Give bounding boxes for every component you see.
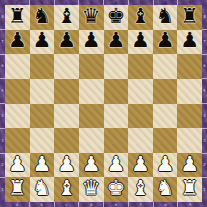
square-d1[interactable]: ♛ <box>79 177 104 202</box>
file-label-c: c <box>54 202 79 207</box>
square-e8[interactable]: ♚ <box>104 5 129 30</box>
square-h2[interactable]: ♟ <box>177 153 202 178</box>
square-b5[interactable] <box>30 79 55 104</box>
square-b8[interactable]: ♞ <box>30 5 55 30</box>
rank-labels-right: 87654321 <box>202 5 207 202</box>
piece-white-queen[interactable]: ♛ <box>82 178 101 199</box>
rank-label-4: 4 <box>202 103 207 128</box>
file-label-e: e <box>103 202 128 207</box>
square-e5[interactable] <box>104 79 129 104</box>
file-label-a: a <box>5 202 29 207</box>
square-c3[interactable] <box>54 128 79 153</box>
piece-white-pawn[interactable]: ♟ <box>131 154 150 175</box>
square-g5[interactable] <box>153 79 178 104</box>
rank-label-1: 1 <box>202 177 207 202</box>
square-c2[interactable]: ♟ <box>54 153 79 178</box>
piece-black-pawn[interactable]: ♟ <box>180 30 199 51</box>
file-label-h: h <box>177 202 202 207</box>
rank-label-3: 3 <box>202 128 207 153</box>
square-g3[interactable] <box>153 128 178 153</box>
file-label-g: g <box>153 202 178 207</box>
square-h5[interactable] <box>177 79 202 104</box>
square-d2[interactable]: ♟ <box>79 153 104 178</box>
file-labels-bottom: abcdefgh <box>5 202 202 207</box>
square-h6[interactable] <box>177 54 202 79</box>
piece-black-rook[interactable]: ♜ <box>180 6 199 27</box>
piece-black-bishop[interactable]: ♝ <box>57 6 76 27</box>
piece-black-pawn[interactable]: ♟ <box>82 30 101 51</box>
square-g7[interactable]: ♟ <box>153 30 178 55</box>
chessboard: ♜♞♝♛♚♝♞♜♟♟♟♟♟♟♟♟♟♟♟♟♟♟♟♟♜♞♝♛♚♝♞♜ <box>5 5 202 202</box>
square-f3[interactable] <box>128 128 153 153</box>
file-label-b: b <box>29 202 54 207</box>
piece-white-knight[interactable]: ♞ <box>33 178 52 199</box>
piece-white-pawn[interactable]: ♟ <box>156 154 175 175</box>
piece-black-pawn[interactable]: ♟ <box>106 30 125 51</box>
piece-white-pawn[interactable]: ♟ <box>82 154 101 175</box>
square-f7[interactable]: ♟ <box>128 30 153 55</box>
square-a1[interactable]: ♜ <box>5 177 30 202</box>
square-a3[interactable] <box>5 128 30 153</box>
square-a5[interactable] <box>5 79 30 104</box>
square-c5[interactable] <box>54 79 79 104</box>
piece-black-rook[interactable]: ♜ <box>8 6 27 27</box>
square-a2[interactable]: ♟ <box>5 153 30 178</box>
square-e6[interactable] <box>104 54 129 79</box>
file-label-f: f <box>128 202 153 207</box>
piece-black-pawn[interactable]: ♟ <box>33 30 52 51</box>
square-d8[interactable]: ♛ <box>79 5 104 30</box>
square-g2[interactable]: ♟ <box>153 153 178 178</box>
square-a6[interactable] <box>5 54 30 79</box>
rank-label-6: 6 <box>202 54 207 79</box>
square-d5[interactable] <box>79 79 104 104</box>
square-b7[interactable]: ♟ <box>30 30 55 55</box>
piece-white-rook[interactable]: ♜ <box>180 178 199 199</box>
square-g6[interactable] <box>153 54 178 79</box>
square-f5[interactable] <box>128 79 153 104</box>
square-b6[interactable] <box>30 54 55 79</box>
square-e3[interactable] <box>104 128 129 153</box>
piece-white-pawn[interactable]: ♟ <box>8 154 27 175</box>
piece-black-knight[interactable]: ♞ <box>33 6 52 27</box>
piece-black-queen[interactable]: ♛ <box>82 6 101 27</box>
chessboard-frame: abcdefgh abcdefgh 87654321 87654321 ♜♞♝♛… <box>0 0 207 207</box>
square-e4[interactable] <box>104 104 129 129</box>
piece-black-pawn[interactable]: ♟ <box>8 30 27 51</box>
square-h7[interactable]: ♟ <box>177 30 202 55</box>
square-h4[interactable] <box>177 104 202 129</box>
square-a8[interactable]: ♜ <box>5 5 30 30</box>
square-d4[interactable] <box>79 104 104 129</box>
square-f1[interactable]: ♝ <box>128 177 153 202</box>
piece-white-bishop[interactable]: ♝ <box>131 178 150 199</box>
square-e2[interactable]: ♟ <box>104 153 129 178</box>
square-f6[interactable] <box>128 54 153 79</box>
square-f8[interactable]: ♝ <box>128 5 153 30</box>
rank-label-7: 7 <box>202 29 207 54</box>
square-h1[interactable]: ♜ <box>177 177 202 202</box>
piece-white-pawn[interactable]: ♟ <box>106 154 125 175</box>
rank-label-2: 2 <box>202 153 207 178</box>
piece-white-pawn[interactable]: ♟ <box>180 154 199 175</box>
file-label-d: d <box>78 202 103 207</box>
square-d7[interactable]: ♟ <box>79 30 104 55</box>
piece-black-pawn[interactable]: ♟ <box>57 30 76 51</box>
piece-white-knight[interactable]: ♞ <box>156 178 175 199</box>
piece-white-pawn[interactable]: ♟ <box>57 154 76 175</box>
square-f4[interactable] <box>128 104 153 129</box>
rank-label-8: 8 <box>202 5 207 29</box>
square-a7[interactable]: ♟ <box>5 30 30 55</box>
square-h3[interactable] <box>177 128 202 153</box>
square-f2[interactable]: ♟ <box>128 153 153 178</box>
square-b2[interactable]: ♟ <box>30 153 55 178</box>
square-c4[interactable] <box>54 104 79 129</box>
square-c8[interactable]: ♝ <box>54 5 79 30</box>
square-b3[interactable] <box>30 128 55 153</box>
square-g1[interactable]: ♞ <box>153 177 178 202</box>
square-c1[interactable]: ♝ <box>54 177 79 202</box>
piece-white-bishop[interactable]: ♝ <box>57 178 76 199</box>
square-c7[interactable]: ♟ <box>54 30 79 55</box>
square-a4[interactable] <box>5 104 30 129</box>
square-e1[interactable]: ♚ <box>104 177 129 202</box>
piece-black-bishop[interactable]: ♝ <box>131 6 150 27</box>
square-d3[interactable] <box>79 128 104 153</box>
square-e7[interactable]: ♟ <box>104 30 129 55</box>
square-c6[interactable] <box>54 54 79 79</box>
square-d6[interactable] <box>79 54 104 79</box>
piece-white-rook[interactable]: ♜ <box>8 178 27 199</box>
square-b4[interactable] <box>30 104 55 129</box>
piece-white-king[interactable]: ♚ <box>106 178 125 199</box>
piece-black-king[interactable]: ♚ <box>106 6 125 27</box>
piece-black-pawn[interactable]: ♟ <box>131 30 150 51</box>
piece-black-pawn[interactable]: ♟ <box>156 30 175 51</box>
rank-label-5: 5 <box>202 78 207 103</box>
piece-white-pawn[interactable]: ♟ <box>33 154 52 175</box>
square-g4[interactable] <box>153 104 178 129</box>
square-b1[interactable]: ♞ <box>30 177 55 202</box>
square-g8[interactable]: ♞ <box>153 5 178 30</box>
piece-black-knight[interactable]: ♞ <box>156 6 175 27</box>
square-h8[interactable]: ♜ <box>177 5 202 30</box>
